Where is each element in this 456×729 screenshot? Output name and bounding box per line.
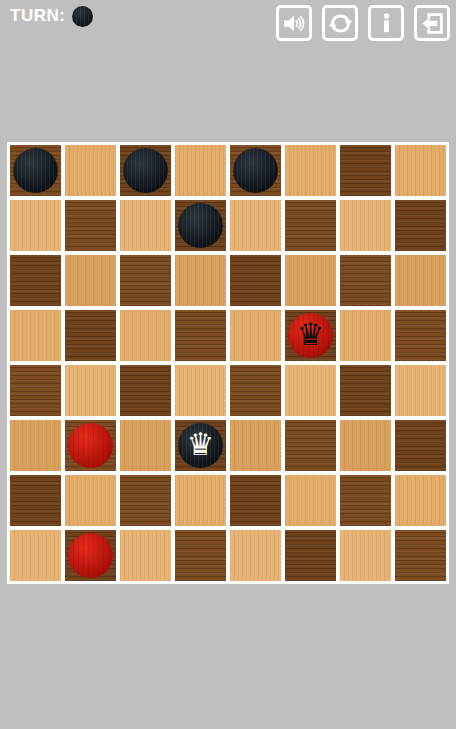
info-icon xyxy=(374,11,399,36)
king-crown-icon: ♛ xyxy=(187,429,215,460)
board-square-r3c3[interactable] xyxy=(120,255,171,306)
board-square-r6c3[interactable] xyxy=(120,420,171,471)
toolbar xyxy=(276,5,450,41)
board-square-r3c6[interactable] xyxy=(285,255,336,306)
board-square-r1c5[interactable] xyxy=(230,145,281,196)
speaker-icon xyxy=(282,11,307,36)
restart-button[interactable] xyxy=(322,5,358,41)
board-square-r4c3[interactable] xyxy=(120,310,171,361)
board-square-r7c2[interactable] xyxy=(65,475,116,526)
red-king-piece[interactable]: ♛ xyxy=(288,313,333,358)
turn-indicator: TURN: xyxy=(10,4,93,28)
board-square-r8c7[interactable] xyxy=(340,530,391,581)
board-square-r5c8[interactable] xyxy=(395,365,446,416)
restart-icon xyxy=(328,11,353,36)
board-square-r4c4[interactable] xyxy=(175,310,226,361)
black-man-piece[interactable] xyxy=(178,203,223,248)
black-king-piece[interactable]: ♛ xyxy=(178,423,223,468)
board-square-r7c4[interactable] xyxy=(175,475,226,526)
king-crown-icon: ♛ xyxy=(297,319,325,350)
board-square-r7c7[interactable] xyxy=(340,475,391,526)
board-square-r2c2[interactable] xyxy=(65,200,116,251)
board-square-r1c7[interactable] xyxy=(340,145,391,196)
board-square-r6c6[interactable] xyxy=(285,420,336,471)
board-square-r4c1[interactable] xyxy=(10,310,61,361)
exit-button[interactable] xyxy=(414,5,450,41)
exit-icon xyxy=(420,11,445,36)
board-square-r5c7[interactable] xyxy=(340,365,391,416)
board-square-r6c7[interactable] xyxy=(340,420,391,471)
board-square-r1c1[interactable] xyxy=(10,145,61,196)
board-square-r1c2[interactable] xyxy=(65,145,116,196)
red-man-piece[interactable] xyxy=(68,533,113,578)
board-square-r7c1[interactable] xyxy=(10,475,61,526)
board-square-r5c5[interactable] xyxy=(230,365,281,416)
board-square-r6c2[interactable] xyxy=(65,420,116,471)
board-square-r5c2[interactable] xyxy=(65,365,116,416)
board-square-r5c6[interactable] xyxy=(285,365,336,416)
turn-color-dot xyxy=(72,6,93,27)
board-square-r2c3[interactable] xyxy=(120,200,171,251)
board-square-r4c2[interactable] xyxy=(65,310,116,361)
board-square-r6c4[interactable]: ♛ xyxy=(175,420,226,471)
board-square-r5c1[interactable] xyxy=(10,365,61,416)
info-button[interactable] xyxy=(368,5,404,41)
board-square-r3c4[interactable] xyxy=(175,255,226,306)
black-man-piece[interactable] xyxy=(123,148,168,193)
board-square-r2c1[interactable] xyxy=(10,200,61,251)
board-square-r5c4[interactable] xyxy=(175,365,226,416)
board-square-r7c5[interactable] xyxy=(230,475,281,526)
board-square-r8c3[interactable] xyxy=(120,530,171,581)
black-man-piece[interactable] xyxy=(13,148,58,193)
board-square-r7c8[interactable] xyxy=(395,475,446,526)
board-square-r8c4[interactable] xyxy=(175,530,226,581)
board-square-r8c2[interactable] xyxy=(65,530,116,581)
black-man-piece[interactable] xyxy=(233,148,278,193)
board-square-r4c7[interactable] xyxy=(340,310,391,361)
board-square-r2c7[interactable] xyxy=(340,200,391,251)
board-square-r3c1[interactable] xyxy=(10,255,61,306)
board-square-r1c6[interactable] xyxy=(285,145,336,196)
checkers-board: ♛♛ xyxy=(7,142,449,584)
board-square-r7c3[interactable] xyxy=(120,475,171,526)
board-square-r8c1[interactable] xyxy=(10,530,61,581)
board-square-r1c4[interactable] xyxy=(175,145,226,196)
board-square-r6c5[interactable] xyxy=(230,420,281,471)
board-square-r6c8[interactable] xyxy=(395,420,446,471)
board-square-r8c6[interactable] xyxy=(285,530,336,581)
board-square-r8c5[interactable] xyxy=(230,530,281,581)
board-square-r3c7[interactable] xyxy=(340,255,391,306)
board-square-r2c8[interactable] xyxy=(395,200,446,251)
board-square-r2c4[interactable] xyxy=(175,200,226,251)
board-square-r8c8[interactable] xyxy=(395,530,446,581)
board-square-r4c6[interactable]: ♛ xyxy=(285,310,336,361)
board-square-r2c5[interactable] xyxy=(230,200,281,251)
board-square-r4c5[interactable] xyxy=(230,310,281,361)
board-square-r1c8[interactable] xyxy=(395,145,446,196)
board-square-r3c2[interactable] xyxy=(65,255,116,306)
checkers-game-screen: TURN: xyxy=(0,0,456,729)
red-man-piece[interactable] xyxy=(68,423,113,468)
board-square-r1c3[interactable] xyxy=(120,145,171,196)
sound-button[interactable] xyxy=(276,5,312,41)
board-square-r3c8[interactable] xyxy=(395,255,446,306)
board-square-r7c6[interactable] xyxy=(285,475,336,526)
turn-label: TURN: xyxy=(10,4,65,28)
board-square-r5c3[interactable] xyxy=(120,365,171,416)
board-square-r6c1[interactable] xyxy=(10,420,61,471)
board-square-r4c8[interactable] xyxy=(395,310,446,361)
board-square-r3c5[interactable] xyxy=(230,255,281,306)
board-square-r2c6[interactable] xyxy=(285,200,336,251)
